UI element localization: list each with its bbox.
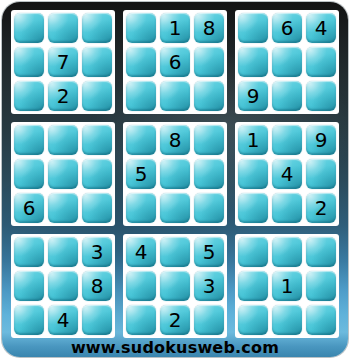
cell-r2c1[interactable] [14,47,44,77]
cell-r6c5[interactable] [160,193,190,223]
cell-r6c7[interactable] [238,193,268,223]
cell-r5c8[interactable]: 4 [272,159,302,189]
cell-r7c9[interactable] [306,237,336,267]
cell-r3c4[interactable] [126,81,156,111]
cell-r8c8[interactable]: 1 [272,271,302,301]
box-8: 4532 [123,234,227,338]
cell-r1c1[interactable] [14,13,44,43]
cell-r2c2[interactable]: 7 [48,47,78,77]
cell-r8c1[interactable] [14,271,44,301]
cell-r7c7[interactable] [238,237,268,267]
cell-r9c6[interactable] [194,305,224,335]
cell-r4c9[interactable]: 9 [306,125,336,155]
cell-r9c1[interactable] [14,305,44,335]
cell-r3c2[interactable]: 2 [48,81,78,111]
box-4: 6 [11,122,115,226]
cell-r5c1[interactable] [14,159,44,189]
cell-r9c8[interactable] [272,305,302,335]
cell-r4c4[interactable] [126,125,156,155]
cell-r6c4[interactable] [126,193,156,223]
cell-r8c9[interactable] [306,271,336,301]
sudoku-widget: 72186649685194238445321 www.sudokusweb.c… [0,0,350,360]
cell-r7c1[interactable] [14,237,44,267]
box-9: 1 [235,234,339,338]
cell-r2c5[interactable]: 6 [160,47,190,77]
cell-r4c5[interactable]: 8 [160,125,190,155]
board-frame: 72186649685194238445321 www.sudokusweb.c… [2,2,348,357]
cell-r2c4[interactable] [126,47,156,77]
cell-r1c2[interactable] [48,13,78,43]
cell-r3c6[interactable] [194,81,224,111]
cell-r7c4[interactable]: 4 [126,237,156,267]
cell-r6c2[interactable] [48,193,78,223]
cell-r1c4[interactable] [126,13,156,43]
cell-r7c5[interactable] [160,237,190,267]
cell-r3c9[interactable] [306,81,336,111]
cell-r3c5[interactable] [160,81,190,111]
cell-r8c4[interactable] [126,271,156,301]
sudoku-board: 72186649685194238445321 [11,10,339,338]
cell-r2c3[interactable] [82,47,112,77]
cell-r9c9[interactable] [306,305,336,335]
cell-r5c5[interactable] [160,159,190,189]
cell-r5c2[interactable] [48,159,78,189]
cell-r6c3[interactable] [82,193,112,223]
cell-r2c7[interactable] [238,47,268,77]
website-label: www.sudokusweb.com [2,339,348,356]
cell-r6c9[interactable]: 2 [306,193,336,223]
cell-r8c2[interactable] [48,271,78,301]
box-6: 1942 [235,122,339,226]
cell-r4c6[interactable] [194,125,224,155]
box-2: 186 [123,10,227,114]
box-7: 384 [11,234,115,338]
cell-r2c6[interactable] [194,47,224,77]
cell-r8c3[interactable]: 8 [82,271,112,301]
cell-r4c8[interactable] [272,125,302,155]
cell-r3c8[interactable] [272,81,302,111]
cell-r7c6[interactable]: 5 [194,237,224,267]
cell-r7c8[interactable] [272,237,302,267]
cell-r2c8[interactable] [272,47,302,77]
cell-r5c9[interactable] [306,159,336,189]
cell-r3c3[interactable] [82,81,112,111]
cell-r3c7[interactable]: 9 [238,81,268,111]
cell-r7c3[interactable]: 3 [82,237,112,267]
cell-r1c8[interactable]: 6 [272,13,302,43]
cell-r9c2[interactable]: 4 [48,305,78,335]
cell-r1c7[interactable] [238,13,268,43]
cell-r6c6[interactable] [194,193,224,223]
cell-r9c5[interactable]: 2 [160,305,190,335]
cell-r8c7[interactable] [238,271,268,301]
cell-r5c7[interactable] [238,159,268,189]
box-3: 649 [235,10,339,114]
cell-r4c7[interactable]: 1 [238,125,268,155]
cell-r1c9[interactable]: 4 [306,13,336,43]
cell-r7c2[interactable] [48,237,78,267]
cell-r4c2[interactable] [48,125,78,155]
cell-r5c6[interactable] [194,159,224,189]
cell-r4c3[interactable] [82,125,112,155]
cell-r1c3[interactable] [82,13,112,43]
cell-r6c1[interactable]: 6 [14,193,44,223]
box-5: 85 [123,122,227,226]
cell-r1c5[interactable]: 1 [160,13,190,43]
cell-r5c4[interactable]: 5 [126,159,156,189]
cell-r4c1[interactable] [14,125,44,155]
cell-r5c3[interactable] [82,159,112,189]
cell-r3c1[interactable] [14,81,44,111]
cell-r9c4[interactable] [126,305,156,335]
box-1: 72 [11,10,115,114]
cell-r2c9[interactable] [306,47,336,77]
cell-r8c5[interactable] [160,271,190,301]
cell-r8c6[interactable]: 3 [194,271,224,301]
cell-r9c7[interactable] [238,305,268,335]
cell-r9c3[interactable] [82,305,112,335]
cell-r1c6[interactable]: 8 [194,13,224,43]
cell-r6c8[interactable] [272,193,302,223]
